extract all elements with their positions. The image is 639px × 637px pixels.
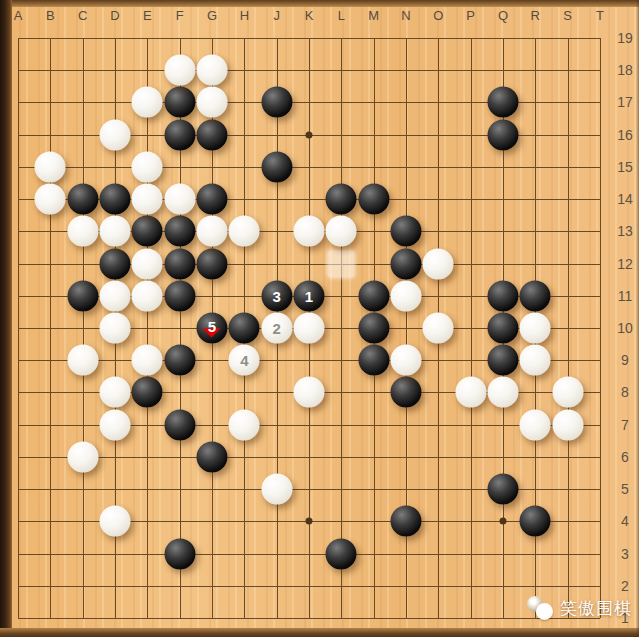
column-label-A: A: [14, 8, 23, 23]
stone-black-Q9[interactable]: [487, 345, 518, 376]
stone-white-B14[interactable]: [35, 184, 66, 215]
stone-black-Q10[interactable]: [487, 312, 518, 343]
column-label-Q: Q: [498, 8, 508, 23]
stone-white-R7[interactable]: [520, 409, 551, 440]
row-label-4: 4: [621, 513, 629, 529]
column-label-M: M: [368, 8, 379, 23]
grid-vertical-line: [471, 38, 472, 618]
stone-black-M11[interactable]: [358, 280, 389, 311]
watermark-text: 笑傲围棋: [560, 597, 632, 620]
stone-black-F7[interactable]: [164, 409, 195, 440]
stone-white-G13[interactable]: [196, 216, 227, 247]
stone-white-E14[interactable]: [132, 184, 163, 215]
stone-black-K11[interactable]: 1: [293, 280, 324, 311]
column-label-B: B: [46, 8, 55, 23]
stone-black-F3[interactable]: [164, 538, 195, 569]
stone-white-Q8[interactable]: [487, 377, 518, 408]
board-edge-bottom: [0, 628, 639, 637]
watermark-stone-front: [536, 603, 553, 620]
row-label-3: 3: [621, 546, 629, 562]
stone-white-O10[interactable]: [423, 312, 454, 343]
stone-white-C6[interactable]: [67, 441, 98, 472]
stone-black-F12[interactable]: [164, 248, 195, 279]
column-label-R: R: [531, 8, 540, 23]
stone-white-S8[interactable]: [552, 377, 583, 408]
stone-white-J5[interactable]: [261, 474, 292, 505]
stone-white-E12[interactable]: [132, 248, 163, 279]
stone-white-C9[interactable]: [67, 345, 98, 376]
stone-white-L13[interactable]: [326, 216, 357, 247]
row-label-6: 6: [621, 449, 629, 465]
column-label-K: K: [305, 8, 314, 23]
stone-black-M14[interactable]: [358, 184, 389, 215]
star-point-K4: [305, 518, 312, 525]
grid-vertical-line: [341, 38, 342, 618]
stone-white-P8[interactable]: [455, 377, 486, 408]
stone-black-E8[interactable]: [132, 377, 163, 408]
stone-white-F14[interactable]: [164, 184, 195, 215]
grid-vertical-line: [600, 38, 601, 618]
stone-black-G12[interactable]: [196, 248, 227, 279]
stone-black-E13[interactable]: [132, 216, 163, 247]
stone-white-D13[interactable]: [99, 216, 130, 247]
row-label-19: 19: [617, 30, 633, 46]
stone-black-F16[interactable]: [164, 119, 195, 150]
row-label-8: 8: [621, 384, 629, 400]
stone-white-E15[interactable]: [132, 151, 163, 182]
stone-black-F17[interactable]: [164, 87, 195, 118]
stone-black-L3[interactable]: [326, 538, 357, 569]
stone-white-D11[interactable]: [99, 280, 130, 311]
stone-white-K10[interactable]: [293, 312, 324, 343]
stone-white-D4[interactable]: [99, 506, 130, 537]
stone-white-K13[interactable]: [293, 216, 324, 247]
row-label-5: 5: [621, 481, 629, 497]
stone-white-H13[interactable]: [229, 216, 260, 247]
stone-white-S7[interactable]: [552, 409, 583, 440]
stone-black-H10[interactable]: [229, 312, 260, 343]
stone-black-R11[interactable]: [520, 280, 551, 311]
stone-white-H7[interactable]: [229, 409, 260, 440]
stone-black-F11[interactable]: [164, 280, 195, 311]
column-label-H: H: [240, 8, 249, 23]
stone-black-R4[interactable]: [520, 506, 551, 537]
column-label-T: T: [596, 8, 604, 23]
move-number-4: 4: [240, 353, 248, 368]
stone-white-O12[interactable]: [423, 248, 454, 279]
row-label-11: 11: [618, 288, 633, 304]
highlight-square-L12: [328, 250, 355, 277]
grid-horizontal-line: [18, 618, 600, 619]
stone-white-N11[interactable]: [390, 280, 421, 311]
stone-black-D12[interactable]: [99, 248, 130, 279]
stone-white-E11[interactable]: [132, 280, 163, 311]
stone-black-Q11[interactable]: [487, 280, 518, 311]
go-app-screen: 笑傲围棋 ABCDEFGHJKLMNOPQRST1918171615141312…: [0, 0, 639, 637]
board-edge-top: [0, 0, 639, 7]
move-number-1: 1: [305, 288, 313, 303]
column-label-G: G: [207, 8, 217, 23]
row-label-18: 18: [617, 62, 633, 78]
column-label-F: F: [176, 8, 184, 23]
stone-white-K8[interactable]: [293, 377, 324, 408]
stone-black-N8[interactable]: [390, 377, 421, 408]
stone-white-G18[interactable]: [196, 55, 227, 86]
row-label-17: 17: [617, 94, 633, 110]
column-label-D: D: [110, 8, 119, 23]
column-label-J: J: [273, 8, 280, 23]
row-label-9: 9: [621, 352, 629, 368]
stone-black-N13[interactable]: [390, 216, 421, 247]
column-label-O: O: [433, 8, 443, 23]
stone-black-G14[interactable]: [196, 184, 227, 215]
row-label-10: 10: [617, 320, 633, 336]
stone-black-F9[interactable]: [164, 345, 195, 376]
stone-black-Q5[interactable]: [487, 474, 518, 505]
column-label-L: L: [338, 8, 345, 23]
stone-white-N9[interactable]: [390, 345, 421, 376]
move-number-5: 5: [208, 318, 216, 333]
grid-horizontal-line: [18, 586, 600, 587]
stone-black-G6[interactable]: [196, 441, 227, 472]
stone-black-D14[interactable]: [99, 184, 130, 215]
stone-white-C13[interactable]: [67, 216, 98, 247]
stone-black-N4[interactable]: [390, 506, 421, 537]
stone-white-D16[interactable]: [99, 119, 130, 150]
stone-white-E17[interactable]: [132, 87, 163, 118]
stone-white-J10[interactable]: 2: [261, 312, 292, 343]
watermark-stones-icon: [526, 594, 556, 622]
grid-horizontal-line: [18, 457, 600, 458]
stone-white-D8[interactable]: [99, 377, 130, 408]
stone-black-N12[interactable]: [390, 248, 421, 279]
row-label-7: 7: [621, 417, 629, 433]
row-label-15: 15: [617, 159, 633, 175]
stone-white-R10[interactable]: [520, 312, 551, 343]
move-number-2: 2: [272, 320, 280, 335]
stone-black-Q17[interactable]: [487, 87, 518, 118]
column-label-N: N: [401, 8, 410, 23]
stone-black-L14[interactable]: [326, 184, 357, 215]
row-label-14: 14: [617, 191, 633, 207]
board-edge-left: [0, 0, 12, 637]
star-point-K16: [305, 131, 312, 138]
watermark: 笑傲围棋: [526, 593, 632, 623]
row-label-13: 13: [617, 223, 633, 239]
grid-horizontal-line: [18, 554, 600, 555]
stone-white-B15[interactable]: [35, 151, 66, 182]
stone-white-F18[interactable]: [164, 55, 195, 86]
row-label-16: 16: [617, 127, 633, 143]
stone-black-J11[interactable]: 3: [261, 280, 292, 311]
stone-black-C14[interactable]: [67, 184, 98, 215]
row-label-2: 2: [621, 578, 629, 594]
stone-black-M9[interactable]: [358, 345, 389, 376]
star-point-Q4: [499, 518, 506, 525]
move-number-3: 3: [272, 288, 280, 303]
stone-black-G10[interactable]: 5: [196, 312, 227, 343]
stone-white-H9[interactable]: 4: [229, 345, 260, 376]
stone-white-D7[interactable]: [99, 409, 130, 440]
stone-black-Q16[interactable]: [487, 119, 518, 150]
stone-black-G16[interactable]: [196, 119, 227, 150]
stone-black-J15[interactable]: [261, 151, 292, 182]
stone-black-M10[interactable]: [358, 312, 389, 343]
column-label-P: P: [466, 8, 475, 23]
stone-black-J17[interactable]: [261, 87, 292, 118]
row-label-12: 12: [617, 256, 633, 272]
column-label-S: S: [563, 8, 572, 23]
stone-white-R9[interactable]: [520, 345, 551, 376]
stone-white-D10[interactable]: [99, 312, 130, 343]
column-label-E: E: [143, 8, 152, 23]
stone-white-E9[interactable]: [132, 345, 163, 376]
column-label-C: C: [78, 8, 87, 23]
stone-black-F13[interactable]: [164, 216, 195, 247]
stone-white-G17[interactable]: [196, 87, 227, 118]
grid-vertical-line: [568, 38, 569, 618]
stone-black-C11[interactable]: [67, 280, 98, 311]
